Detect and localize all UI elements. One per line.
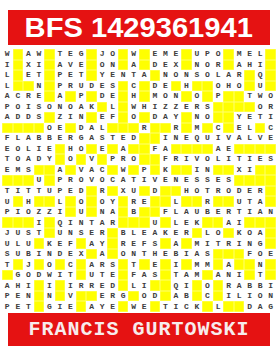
blocked-cell [34, 238, 45, 249]
blocked-cell [160, 270, 171, 281]
blocked-cell [223, 49, 234, 60]
blocked-cell [213, 102, 224, 113]
blocked-cell [234, 301, 245, 312]
letter-cell: R [97, 259, 108, 270]
blocked-cell [213, 196, 224, 207]
letter-cell: U [55, 228, 66, 239]
letter-cell: J [97, 49, 108, 60]
letter-cell: G [76, 49, 87, 60]
blocked-cell [244, 175, 255, 186]
letter-cell: A [107, 207, 118, 218]
blocked-cell [265, 186, 276, 197]
letter-cell: F [65, 238, 76, 249]
letter-cell: A [23, 133, 34, 144]
blocked-cell [213, 249, 224, 260]
letter-cell: F [107, 112, 118, 123]
letter-cell: T [160, 301, 171, 312]
blocked-cell [202, 270, 213, 281]
letter-cell: Y [97, 70, 108, 81]
letter-cell: N [65, 228, 76, 239]
letter-cell: N [265, 207, 276, 218]
letter-cell: R [65, 133, 76, 144]
blocked-cell [107, 228, 118, 239]
letter-cell: I [181, 249, 192, 260]
letter-cell: R [171, 154, 182, 165]
blocked-cell [128, 291, 139, 302]
letter-cell: O [234, 81, 245, 92]
letter-cell: S [34, 102, 45, 113]
letter-cell: D [97, 91, 108, 102]
letter-cell: V [150, 175, 161, 186]
blocked-cell [244, 270, 255, 281]
letter-cell: R [65, 175, 76, 186]
letter-cell: F [160, 154, 171, 165]
blocked-cell [118, 259, 129, 270]
letter-cell: N [171, 175, 182, 186]
letter-cell: T [55, 49, 66, 60]
blocked-cell [97, 154, 108, 165]
blocked-cell [150, 165, 161, 176]
letter-cell: A [223, 259, 234, 270]
letter-cell: E [2, 144, 13, 155]
letter-cell: V [76, 165, 87, 176]
blocked-cell [44, 60, 55, 71]
blocked-cell [150, 207, 161, 218]
letter-cell: C [107, 175, 118, 186]
letter-cell: G [76, 133, 87, 144]
blocked-cell [202, 123, 213, 134]
blocked-cell [13, 49, 24, 60]
blocked-cell [118, 301, 129, 312]
blocked-cell [65, 91, 76, 102]
letter-cell: I [192, 165, 203, 176]
letter-cell: A [255, 228, 266, 239]
letter-cell: B [118, 228, 129, 239]
letter-cell: L [23, 144, 34, 155]
letter-cell: U [34, 175, 45, 186]
blocked-cell [23, 123, 34, 134]
letter-cell: M [234, 49, 245, 60]
letter-cell: E [160, 81, 171, 92]
letter-cell: E [13, 291, 24, 302]
letter-cell: B [202, 207, 213, 218]
letter-cell: I [65, 280, 76, 291]
letter-cell: E [160, 249, 171, 260]
letter-cell: O [97, 175, 108, 186]
letter-cell: H [181, 81, 192, 92]
blocked-cell [255, 175, 266, 186]
letter-cell: U [23, 238, 34, 249]
letter-cell: D [244, 301, 255, 312]
blocked-cell [202, 81, 213, 92]
blocked-cell [86, 291, 97, 302]
blocked-cell [265, 81, 276, 92]
blocked-cell [13, 81, 24, 92]
letter-cell: O [139, 291, 150, 302]
letter-cell: I [265, 112, 276, 123]
letter-cell: M [192, 259, 203, 270]
letter-cell: T [128, 175, 139, 186]
letter-cell: P [2, 207, 13, 218]
letter-cell: I [244, 154, 255, 165]
letter-cell: N [55, 102, 66, 113]
blocked-cell [244, 217, 255, 228]
blocked-cell [23, 175, 34, 186]
letter-cell: U [234, 196, 245, 207]
letter-cell: W [128, 301, 139, 312]
letter-cell: U [76, 207, 87, 218]
blocked-cell [171, 81, 182, 92]
blocked-cell [223, 249, 234, 260]
blocked-cell [44, 70, 55, 81]
letter-cell: G [44, 301, 55, 312]
blocked-cell [13, 175, 24, 186]
letter-cell: R [223, 280, 234, 291]
letter-cell: R [213, 186, 224, 197]
letter-cell: T [171, 270, 182, 281]
letter-cell: R [234, 70, 245, 81]
letter-cell: E [150, 49, 161, 60]
letter-cell: G [265, 301, 276, 312]
blocked-cell [265, 60, 276, 71]
letter-cell: D [86, 81, 97, 92]
letter-cell: I [181, 280, 192, 291]
letter-cell: C [265, 123, 276, 134]
letter-cell: E [107, 91, 118, 102]
letter-cell: N [118, 70, 129, 81]
letter-cell: E [139, 228, 150, 239]
letter-cell: I [213, 133, 224, 144]
blocked-cell [223, 165, 234, 176]
blocked-cell [181, 49, 192, 60]
letter-cell: L [171, 217, 182, 228]
letter-cell: I [244, 207, 255, 218]
letter-cell: A [234, 133, 245, 144]
letter-cell: E [55, 238, 66, 249]
letter-cell: E [181, 133, 192, 144]
blocked-cell [192, 196, 203, 207]
letter-cell: C [97, 165, 108, 176]
letter-cell: K [160, 165, 171, 176]
letter-cell: V [86, 175, 97, 186]
blocked-cell [34, 259, 45, 270]
letter-cell: L [2, 81, 13, 92]
letter-cell: O [255, 249, 266, 260]
letter-cell: L [255, 49, 266, 60]
letter-cell: R [139, 123, 150, 134]
letter-cell: E [97, 112, 108, 123]
blocked-cell [265, 259, 276, 270]
blocked-cell [44, 49, 55, 60]
letter-cell: O [13, 102, 24, 113]
letter-cell: A [128, 60, 139, 71]
letter-cell: T [234, 207, 245, 218]
blocked-cell [139, 144, 150, 155]
letter-cell: L [171, 196, 182, 207]
blocked-cell [265, 238, 276, 249]
book-cover: BFS 1429361941 WAWTEGJOWEMEUPOMELIXIAVEO… [0, 0, 278, 360]
letter-cell: P [2, 291, 13, 302]
letter-cell: K [192, 217, 203, 228]
blocked-cell [44, 196, 55, 207]
letter-cell: E [34, 91, 45, 102]
blocked-cell [265, 165, 276, 176]
letter-cell: A [192, 249, 203, 260]
letter-cell: S [192, 175, 203, 186]
letter-cell: L [13, 133, 24, 144]
blocked-cell [234, 144, 245, 155]
letter-cell: A [139, 270, 150, 281]
blocked-cell [265, 49, 276, 60]
blocked-cell [44, 81, 55, 92]
letter-cell: E [2, 165, 13, 176]
blocked-cell [139, 154, 150, 165]
blocked-cell [34, 301, 45, 312]
blocked-cell [2, 175, 13, 186]
letter-cell: R [128, 196, 139, 207]
letter-cell: A [255, 301, 266, 312]
letter-cell: C [202, 291, 213, 302]
letter-cell: W [2, 49, 13, 60]
letter-cell: E [65, 186, 76, 197]
letter-cell: B [34, 133, 45, 144]
letter-cell: O [171, 70, 182, 81]
blocked-cell [13, 217, 24, 228]
letter-cell: T [244, 196, 255, 207]
letter-cell: N [244, 238, 255, 249]
letter-cell: E [181, 102, 192, 113]
letter-cell: D [150, 81, 161, 92]
letter-cell: R [171, 123, 182, 134]
letter-cell: B [181, 291, 192, 302]
letter-cell: A [160, 144, 171, 155]
letter-cell: E [181, 175, 192, 186]
letter-cell: W [34, 49, 45, 60]
letter-cell: D [128, 133, 139, 144]
blocked-cell [13, 123, 24, 134]
blocked-cell [2, 217, 13, 228]
letter-cell: E [55, 133, 66, 144]
blocked-cell [107, 144, 118, 155]
letter-cell: O [213, 49, 224, 60]
letter-cell: A [2, 112, 13, 123]
letter-cell: J [2, 228, 13, 239]
blocked-cell [34, 280, 45, 291]
letter-cell: I [44, 280, 55, 291]
letter-cell: I [65, 217, 76, 228]
letter-cell: R [107, 291, 118, 302]
letter-cell: T [86, 217, 97, 228]
letter-cell: A [118, 144, 129, 155]
letter-cell: P [55, 186, 66, 197]
blocked-cell [139, 49, 150, 60]
letter-cell: N [160, 70, 171, 81]
letter-cell: R [65, 81, 76, 92]
blocked-cell [181, 144, 192, 155]
blocked-cell [2, 123, 13, 134]
letter-cell: L [213, 154, 224, 165]
letter-cell: A [255, 196, 266, 207]
blocked-cell [223, 91, 234, 102]
letter-cell: Y [97, 238, 108, 249]
letter-cell: O [97, 60, 108, 71]
letter-cell: Q [255, 70, 266, 81]
letter-cell: T [2, 186, 13, 197]
blocked-cell [86, 207, 97, 218]
blocked-cell [44, 228, 55, 239]
letter-cell: V [86, 154, 97, 165]
letter-cell: D [34, 270, 45, 281]
letter-cell: L [107, 102, 118, 113]
letter-cell: F [244, 249, 255, 260]
blocked-cell [86, 196, 97, 207]
blocked-cell [34, 196, 45, 207]
letter-cell: T [255, 112, 266, 123]
letter-cell: H [223, 81, 234, 92]
blocked-cell [128, 217, 139, 228]
blocked-cell [171, 144, 182, 155]
blocked-cell [234, 259, 245, 270]
letter-cell: B [171, 249, 182, 260]
letter-cell: R [181, 228, 192, 239]
letter-cell: N [223, 270, 234, 281]
letter-cell: T [34, 186, 45, 197]
letter-cell: O [76, 175, 87, 186]
letter-cell: T [23, 301, 34, 312]
blocked-cell [244, 102, 255, 113]
letter-cell: G [118, 291, 129, 302]
letter-cell: X [23, 60, 34, 71]
letter-cell: N [107, 60, 118, 71]
blocked-cell [213, 165, 224, 176]
blocked-cell [86, 70, 97, 81]
letter-cell: S [76, 228, 87, 239]
blocked-cell [139, 207, 150, 218]
blocked-cell [150, 133, 161, 144]
blocked-cell [34, 291, 45, 302]
letter-cell: H [150, 249, 161, 260]
letter-cell: L [213, 70, 224, 81]
letter-cell: S [223, 175, 234, 186]
letter-cell: T [23, 186, 34, 197]
letter-cell: B [128, 207, 139, 218]
blocked-cell [86, 60, 97, 71]
letter-cell: A [86, 133, 97, 144]
letter-cell: E [213, 207, 224, 218]
letter-cell: A [55, 60, 66, 71]
letter-cell: B [44, 133, 55, 144]
letter-cell: U [13, 228, 24, 239]
blocked-cell [181, 112, 192, 123]
letter-cell: Q [192, 133, 203, 144]
letter-cell: O [23, 207, 34, 218]
letter-cell: U [13, 249, 24, 260]
blocked-cell [23, 81, 34, 92]
blocked-cell [65, 165, 76, 176]
blocked-cell [44, 175, 55, 186]
letter-cell: N [23, 291, 34, 302]
letter-cell: S [202, 175, 213, 186]
blocked-cell [202, 91, 213, 102]
letter-cell: H [65, 144, 76, 155]
blocked-cell [244, 259, 255, 270]
blocked-cell [55, 144, 66, 155]
letter-cell: O [76, 196, 87, 207]
letter-cell: A [171, 238, 182, 249]
letter-cell: K [44, 238, 55, 249]
letter-cell: E [244, 112, 255, 123]
blocked-cell [160, 196, 171, 207]
letter-cell: O [44, 259, 55, 270]
blocked-cell [118, 91, 129, 102]
blocked-cell [223, 228, 234, 239]
blocked-cell [150, 123, 161, 134]
blocked-cell [128, 165, 139, 176]
blocked-cell [234, 249, 245, 260]
letter-cell: M [192, 123, 203, 134]
blocked-cell [213, 217, 224, 228]
letter-cell: I [55, 207, 66, 218]
blocked-cell [107, 165, 118, 176]
letter-cell: E [65, 70, 76, 81]
letter-cell: T [2, 259, 13, 270]
letter-cell: B [244, 280, 255, 291]
letter-cell: N [171, 133, 182, 144]
letter-cell: H [128, 91, 139, 102]
blocked-cell [118, 270, 129, 281]
letter-cell: Z [55, 112, 66, 123]
letter-cell: X [76, 249, 87, 260]
letter-cell: O [23, 270, 34, 281]
blocked-cell [255, 217, 266, 228]
blocked-cell [181, 196, 192, 207]
blocked-cell [160, 186, 171, 197]
letter-cell: W [128, 49, 139, 60]
letter-cell: L [213, 301, 224, 312]
letter-cell: A [234, 60, 245, 71]
letter-cell: U [44, 186, 55, 197]
letter-cell: E [44, 144, 55, 155]
blocked-cell [55, 280, 66, 291]
blocked-cell [244, 70, 255, 81]
blocked-cell [139, 60, 150, 71]
blocked-cell [139, 186, 150, 197]
letter-cell: T [65, 270, 76, 281]
letter-cell: A [55, 91, 66, 102]
letter-cell: U [255, 81, 266, 92]
blocked-cell [223, 102, 234, 113]
blocked-cell [181, 123, 192, 134]
blocked-cell [192, 280, 203, 291]
letter-cell: T [107, 133, 118, 144]
letter-cell: E [265, 249, 276, 260]
letter-cell: V [192, 154, 203, 165]
blocked-cell [265, 70, 276, 81]
letter-cell: O [97, 196, 108, 207]
blocked-cell [118, 112, 129, 123]
blocked-cell [118, 49, 129, 60]
letter-cell: L [128, 280, 139, 291]
blocked-cell [213, 280, 224, 291]
letter-cell: L [171, 207, 182, 218]
letter-cell: O [244, 228, 255, 239]
letter-cell: H [181, 186, 192, 197]
letter-cell: D [34, 154, 45, 165]
letter-cell: A [86, 123, 97, 134]
letter-cell: X [171, 60, 182, 71]
blocked-cell [76, 259, 87, 270]
letter-cell: E [223, 144, 234, 155]
